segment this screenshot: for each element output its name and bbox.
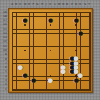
row-label-11: 11 xyxy=(1,45,6,48)
row-label-1: 1 xyxy=(1,88,6,91)
black-stone-q17: ● xyxy=(73,18,78,23)
column-label-s: S xyxy=(83,2,87,6)
column-label-o: O xyxy=(66,2,70,6)
go-board[interactable]: ●●●●●●●●●●●●●●●●●●●● xyxy=(8,8,93,93)
row-label-7: 7 xyxy=(1,62,6,65)
white-stone-k3: ● xyxy=(48,78,53,83)
row-label-2: 2 xyxy=(1,83,6,86)
row-label-14: 14 xyxy=(1,32,6,35)
hoshi-point-d10 xyxy=(24,50,26,52)
black-stone-r14: ● xyxy=(78,31,83,36)
black-stone-k17: ● xyxy=(48,18,53,23)
hoshi-point-q16 xyxy=(75,24,77,26)
white-stone-c6: ● xyxy=(18,65,23,70)
row-label-4: 4 xyxy=(1,75,6,78)
column-label-k: K xyxy=(49,2,53,6)
row-label-19: 19 xyxy=(1,11,6,14)
black-stone-f3: ● xyxy=(31,78,36,83)
column-label-r: R xyxy=(78,2,82,6)
white-stone-r4: ● xyxy=(78,73,83,78)
board-grid[interactable]: ●●●●●●●●●●●●●●●●●●●● xyxy=(12,12,91,91)
hoshi-point-k16 xyxy=(50,24,52,26)
row-label-9: 9 xyxy=(1,53,6,56)
hoshi-point-q10 xyxy=(75,50,77,52)
column-label-d: D xyxy=(23,2,27,6)
row-label-8: 8 xyxy=(1,58,6,61)
hoshi-point-d16 xyxy=(24,24,26,26)
column-label-t: T xyxy=(87,2,91,6)
row-label-15: 15 xyxy=(1,28,6,31)
go-app-background: ●●●●●●●●●●●●●●●●●●●● ABCDEFGHJKLMNOPQRST… xyxy=(0,0,100,100)
row-label-16: 16 xyxy=(1,24,6,27)
row-label-12: 12 xyxy=(1,41,6,44)
row-label-3: 3 xyxy=(1,79,6,82)
black-stone-d4: ● xyxy=(22,73,27,78)
column-label-l: L xyxy=(53,2,57,6)
column-label-g: G xyxy=(36,2,40,6)
black-stone-d17: ● xyxy=(22,18,27,23)
row-label-18: 18 xyxy=(1,15,6,18)
column-label-c: C xyxy=(19,2,23,6)
white-stone-n5: ● xyxy=(61,69,66,74)
row-label-5: 5 xyxy=(1,71,6,74)
hoshi-point-k10 xyxy=(50,50,52,52)
